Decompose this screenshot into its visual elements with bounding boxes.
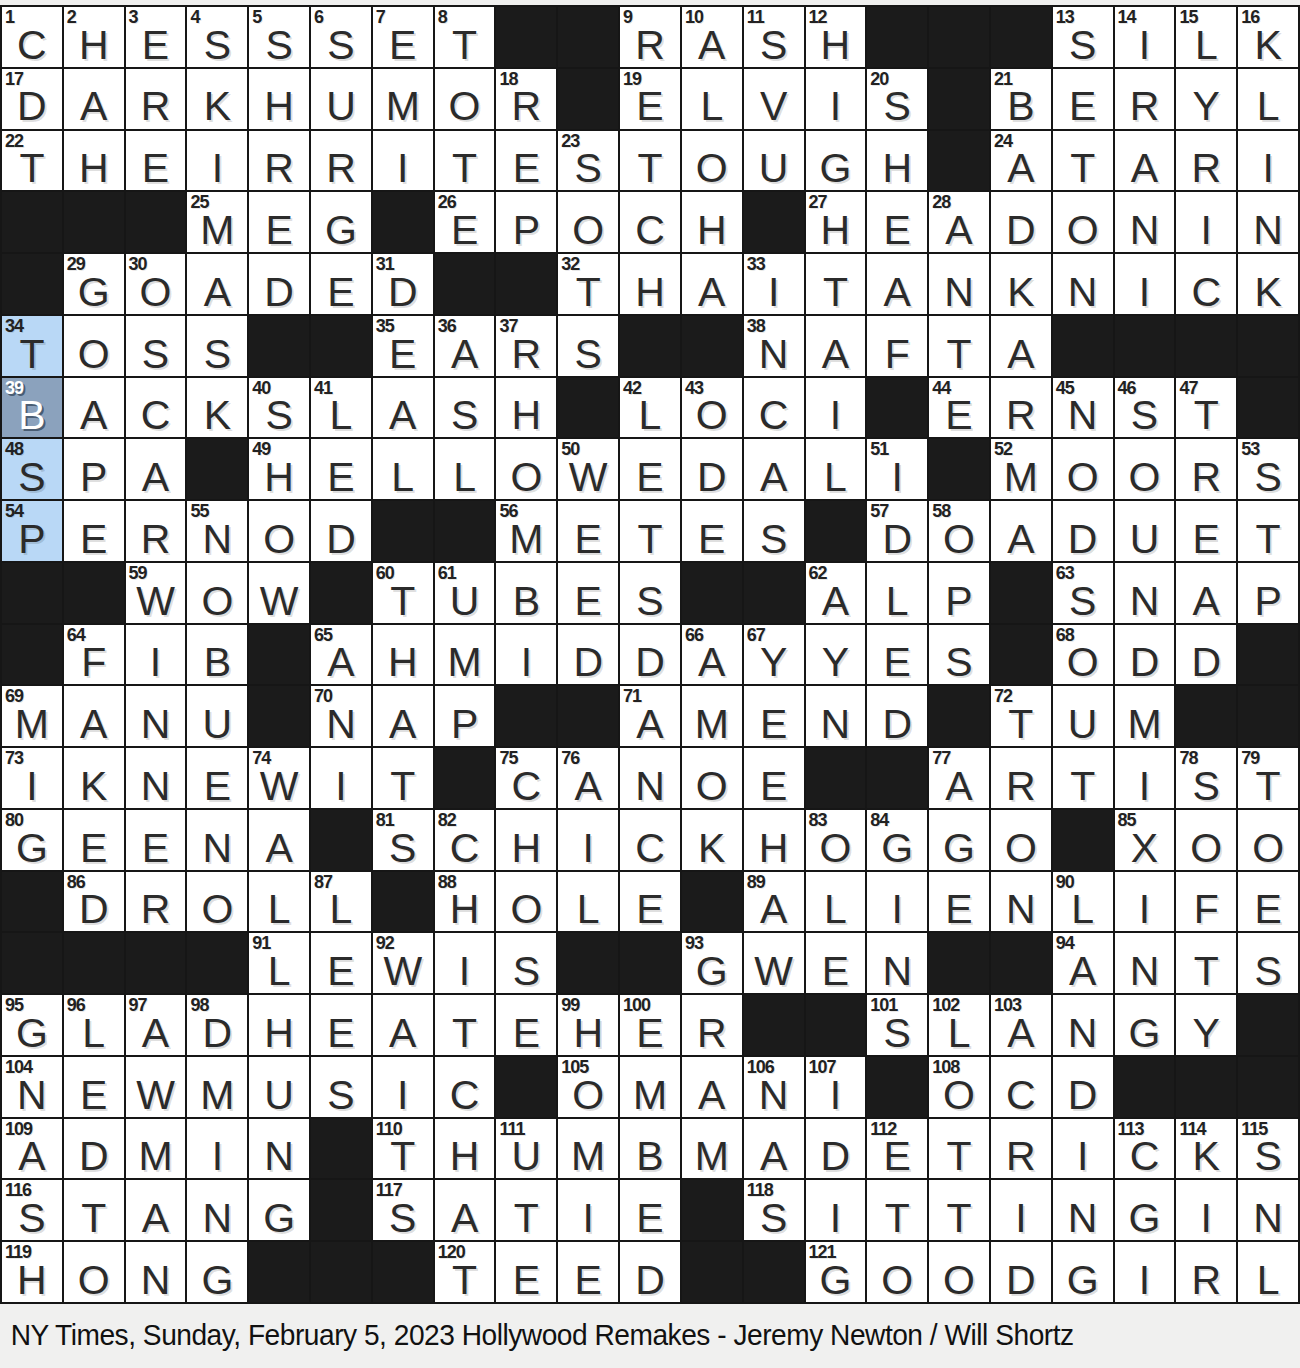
cell-5-14[interactable]: T (806, 254, 866, 314)
cell-18-5[interactable]: U (249, 1057, 309, 1117)
cell-5-13[interactable]: 33I (744, 254, 804, 314)
cell-3-11[interactable]: T (620, 131, 680, 191)
cell-2-11[interactable]: 19E (620, 69, 680, 129)
cell-2-2[interactable]: A (64, 69, 124, 129)
cell-11-12[interactable]: 66A (682, 625, 742, 685)
cell-1-8[interactable]: 8T (435, 7, 495, 67)
cell-12-13[interactable]: E (744, 686, 804, 746)
cell-7-8[interactable]: S (435, 378, 495, 438)
cell-6-14[interactable]: A (806, 316, 866, 376)
cell-15-20[interactable]: F (1176, 872, 1236, 932)
cell-5-18[interactable]: N (1053, 254, 1113, 314)
cell-10-20[interactable]: A (1176, 563, 1236, 623)
cell-20-20[interactable]: I (1176, 1180, 1236, 1240)
cell-4-21[interactable]: N (1238, 192, 1298, 252)
cell-10-5[interactable]: W (249, 563, 309, 623)
cell-21-8[interactable]: 120T (435, 1242, 495, 1302)
cell-21-14[interactable]: 121G (806, 1242, 866, 1302)
cell-2-5[interactable]: H (249, 69, 309, 129)
cell-5-11[interactable]: H (620, 254, 680, 314)
cell-19-18[interactable]: I (1053, 1119, 1113, 1179)
cell-20-10[interactable]: I (558, 1180, 618, 1240)
cell-3-9[interactable]: E (496, 131, 556, 191)
cell-13-7[interactable]: T (373, 748, 433, 808)
cell-20-3[interactable]: A (126, 1180, 186, 1240)
cell-2-4[interactable]: K (187, 69, 247, 129)
cell-18-12[interactable]: A (682, 1057, 742, 1117)
cell-16-5[interactable]: 91L (249, 933, 309, 993)
cell-3-5[interactable]: R (249, 131, 309, 191)
cell-20-2[interactable]: T (64, 1180, 124, 1240)
cell-20-13[interactable]: 118S (744, 1180, 804, 1240)
cell-15-16[interactable]: E (929, 872, 989, 932)
cell-20-8[interactable]: A (435, 1180, 495, 1240)
cell-1-5[interactable]: 5S (249, 7, 309, 67)
cell-9-21[interactable]: T (1238, 501, 1298, 561)
cell-14-11[interactable]: C (620, 810, 680, 870)
cell-20-16[interactable]: T (929, 1180, 989, 1240)
cell-4-20[interactable]: I (1176, 192, 1236, 252)
cell-7-20[interactable]: 47T (1176, 378, 1236, 438)
cell-13-2[interactable]: K (64, 748, 124, 808)
cell-2-9[interactable]: 18R (496, 69, 556, 129)
cell-11-14[interactable]: Y (806, 625, 866, 685)
cell-6-16[interactable]: T (929, 316, 989, 376)
cell-14-10[interactable]: I (558, 810, 618, 870)
cell-4-16[interactable]: 28A (929, 192, 989, 252)
cell-17-15[interactable]: 101S (867, 995, 927, 1055)
cell-4-10[interactable]: O (558, 192, 618, 252)
cell-18-6[interactable]: S (311, 1057, 371, 1117)
cell-14-4[interactable]: N (187, 810, 247, 870)
cell-15-3[interactable]: R (126, 872, 186, 932)
cell-8-8[interactable]: L (435, 439, 495, 499)
cell-12-12[interactable]: M (682, 686, 742, 746)
cell-14-20[interactable]: O (1176, 810, 1236, 870)
cell-8-18[interactable]: O (1053, 439, 1113, 499)
cell-2-13[interactable]: V (744, 69, 804, 129)
cell-4-17[interactable]: D (991, 192, 1051, 252)
cell-17-9[interactable]: E (496, 995, 556, 1055)
cell-18-10[interactable]: 105O (558, 1057, 618, 1117)
cell-16-21[interactable]: S (1238, 933, 1298, 993)
cell-14-8[interactable]: 82C (435, 810, 495, 870)
cell-18-13[interactable]: 106N (744, 1057, 804, 1117)
cell-19-17[interactable]: R (991, 1119, 1051, 1179)
cell-16-9[interactable]: S (496, 933, 556, 993)
cell-14-7[interactable]: 81S (373, 810, 433, 870)
cell-3-7[interactable]: I (373, 131, 433, 191)
cell-19-16[interactable]: T (929, 1119, 989, 1179)
cell-9-5[interactable]: O (249, 501, 309, 561)
cell-16-8[interactable]: I (435, 933, 495, 993)
cell-1-21[interactable]: 16K (1238, 7, 1298, 67)
cell-11-8[interactable]: M (435, 625, 495, 685)
cell-15-21[interactable]: E (1238, 872, 1298, 932)
cell-7-19[interactable]: 46S (1115, 378, 1175, 438)
cell-14-13[interactable]: H (744, 810, 804, 870)
cell-1-18[interactable]: 13S (1053, 7, 1113, 67)
cell-11-19[interactable]: D (1115, 625, 1175, 685)
cell-4-4[interactable]: 25M (187, 192, 247, 252)
cell-16-15[interactable]: N (867, 933, 927, 993)
cell-17-1[interactable]: 95G (2, 995, 62, 1055)
cell-13-13[interactable]: E (744, 748, 804, 808)
cell-7-6[interactable]: 41L (311, 378, 371, 438)
cell-17-7[interactable]: A (373, 995, 433, 1055)
cell-6-2[interactable]: O (64, 316, 124, 376)
cell-2-18[interactable]: E (1053, 69, 1113, 129)
cell-2-12[interactable]: L (682, 69, 742, 129)
cell-10-16[interactable]: P (929, 563, 989, 623)
cell-3-8[interactable]: T (435, 131, 495, 191)
cell-17-18[interactable]: N (1053, 995, 1113, 1055)
cell-4-15[interactable]: E (867, 192, 927, 252)
cell-9-2[interactable]: E (64, 501, 124, 561)
cell-10-19[interactable]: N (1115, 563, 1175, 623)
cell-12-6[interactable]: 70N (311, 686, 371, 746)
cell-2-8[interactable]: O (435, 69, 495, 129)
cell-3-12[interactable]: O (682, 131, 742, 191)
cell-8-14[interactable]: L (806, 439, 866, 499)
cell-19-12[interactable]: M (682, 1119, 742, 1179)
cell-7-17[interactable]: R (991, 378, 1051, 438)
cell-15-2[interactable]: 86D (64, 872, 124, 932)
cell-17-3[interactable]: 97A (126, 995, 186, 1055)
cell-10-3[interactable]: 59W (126, 563, 186, 623)
cell-21-15[interactable]: O (867, 1242, 927, 1302)
cell-9-6[interactable]: D (311, 501, 371, 561)
cell-11-9[interactable]: I (496, 625, 556, 685)
cell-17-11[interactable]: 100E (620, 995, 680, 1055)
cell-5-20[interactable]: C (1176, 254, 1236, 314)
cell-8-13[interactable]: A (744, 439, 804, 499)
cell-4-6[interactable]: G (311, 192, 371, 252)
cell-9-10[interactable]: E (558, 501, 618, 561)
cell-18-14[interactable]: 107I (806, 1057, 866, 1117)
cell-21-19[interactable]: I (1115, 1242, 1175, 1302)
cell-19-11[interactable]: B (620, 1119, 680, 1179)
cell-13-11[interactable]: N (620, 748, 680, 808)
cell-18-11[interactable]: M (620, 1057, 680, 1117)
cell-9-9[interactable]: 56M (496, 501, 556, 561)
cell-18-8[interactable]: C (435, 1057, 495, 1117)
cell-20-9[interactable]: T (496, 1180, 556, 1240)
cell-10-18[interactable]: 63S (1053, 563, 1113, 623)
cell-1-2[interactable]: 2H (64, 7, 124, 67)
cell-15-5[interactable]: L (249, 872, 309, 932)
cell-1-6[interactable]: 6S (311, 7, 371, 67)
cell-14-19[interactable]: 85X (1115, 810, 1175, 870)
cell-8-3[interactable]: A (126, 439, 186, 499)
cell-5-17[interactable]: K (991, 254, 1051, 314)
cell-13-10[interactable]: 76A (558, 748, 618, 808)
cell-18-17[interactable]: C (991, 1057, 1051, 1117)
cell-20-14[interactable]: I (806, 1180, 866, 1240)
cell-1-20[interactable]: 15L (1176, 7, 1236, 67)
cell-17-4[interactable]: 98D (187, 995, 247, 1055)
cell-9-19[interactable]: U (1115, 501, 1175, 561)
cell-8-12[interactable]: D (682, 439, 742, 499)
cell-7-13[interactable]: C (744, 378, 804, 438)
cell-11-3[interactable]: I (126, 625, 186, 685)
cell-14-5[interactable]: A (249, 810, 309, 870)
cell-19-15[interactable]: 112E (867, 1119, 927, 1179)
cell-6-7[interactable]: 35E (373, 316, 433, 376)
cell-21-3[interactable]: N (126, 1242, 186, 1302)
cell-1-4[interactable]: 4S (187, 7, 247, 67)
cell-16-20[interactable]: T (1176, 933, 1236, 993)
cell-16-14[interactable]: E (806, 933, 866, 993)
cell-18-1[interactable]: 104N (2, 1057, 62, 1117)
cell-5-3[interactable]: 30O (126, 254, 186, 314)
cell-13-18[interactable]: T (1053, 748, 1113, 808)
cell-7-2[interactable]: A (64, 378, 124, 438)
cell-13-17[interactable]: R (991, 748, 1051, 808)
cell-20-5[interactable]: G (249, 1180, 309, 1240)
cell-21-2[interactable]: O (64, 1242, 124, 1302)
cell-3-21[interactable]: I (1238, 131, 1298, 191)
cell-5-5[interactable]: D (249, 254, 309, 314)
cell-5-12[interactable]: A (682, 254, 742, 314)
cell-21-1[interactable]: 119H (2, 1242, 62, 1302)
cell-15-9[interactable]: O (496, 872, 556, 932)
cell-8-11[interactable]: E (620, 439, 680, 499)
cell-7-7[interactable]: A (373, 378, 433, 438)
cell-10-21[interactable]: P (1238, 563, 1298, 623)
cell-10-4[interactable]: O (187, 563, 247, 623)
cell-21-10[interactable]: E (558, 1242, 618, 1302)
cell-15-8[interactable]: 88H (435, 872, 495, 932)
cell-12-7[interactable]: A (373, 686, 433, 746)
cell-13-4[interactable]: E (187, 748, 247, 808)
cell-5-2[interactable]: 29G (64, 254, 124, 314)
cell-4-12[interactable]: H (682, 192, 742, 252)
cell-12-19[interactable]: M (1115, 686, 1175, 746)
cell-4-8[interactable]: 26E (435, 192, 495, 252)
cell-18-3[interactable]: W (126, 1057, 186, 1117)
cell-1-7[interactable]: 7E (373, 7, 433, 67)
cell-20-7[interactable]: 117S (373, 1180, 433, 1240)
cell-17-17[interactable]: 103A (991, 995, 1051, 1055)
cell-12-18[interactable]: U (1053, 686, 1113, 746)
cell-8-2[interactable]: P (64, 439, 124, 499)
cell-3-14[interactable]: G (806, 131, 866, 191)
cell-5-19[interactable]: I (1115, 254, 1175, 314)
cell-11-16[interactable]: S (929, 625, 989, 685)
cell-4-5[interactable]: E (249, 192, 309, 252)
cell-20-21[interactable]: N (1238, 1180, 1298, 1240)
cell-13-3[interactable]: N (126, 748, 186, 808)
cell-20-11[interactable]: E (620, 1180, 680, 1240)
cell-19-3[interactable]: M (126, 1119, 186, 1179)
cell-14-12[interactable]: K (682, 810, 742, 870)
cell-7-14[interactable]: I (806, 378, 866, 438)
cell-3-2[interactable]: H (64, 131, 124, 191)
cell-13-5[interactable]: 74W (249, 748, 309, 808)
cell-19-20[interactable]: 114K (1176, 1119, 1236, 1179)
cell-14-9[interactable]: H (496, 810, 556, 870)
cell-11-20[interactable]: D (1176, 625, 1236, 685)
cell-4-14[interactable]: 27H (806, 192, 866, 252)
cell-11-4[interactable]: B (187, 625, 247, 685)
cell-19-2[interactable]: D (64, 1119, 124, 1179)
cell-12-14[interactable]: N (806, 686, 866, 746)
cell-19-1[interactable]: 109A (2, 1119, 62, 1179)
cell-7-9[interactable]: H (496, 378, 556, 438)
cell-15-6[interactable]: 87L (311, 872, 371, 932)
cell-2-1[interactable]: 17D (2, 69, 62, 129)
cell-11-7[interactable]: H (373, 625, 433, 685)
cell-5-16[interactable]: N (929, 254, 989, 314)
cell-12-11[interactable]: 71A (620, 686, 680, 746)
cell-8-10[interactable]: 50W (558, 439, 618, 499)
cell-21-11[interactable]: D (620, 1242, 680, 1302)
cell-10-7[interactable]: 60T (373, 563, 433, 623)
cell-6-9[interactable]: 37R (496, 316, 556, 376)
cell-6-4[interactable]: S (187, 316, 247, 376)
cell-12-1[interactable]: 69M (2, 686, 62, 746)
cell-19-7[interactable]: 110T (373, 1119, 433, 1179)
cell-5-4[interactable]: A (187, 254, 247, 314)
cell-1-13[interactable]: 11S (744, 7, 804, 67)
cell-19-13[interactable]: A (744, 1119, 804, 1179)
cell-1-14[interactable]: 12H (806, 7, 866, 67)
cell-5-10[interactable]: 32T (558, 254, 618, 314)
cell-10-8[interactable]: 61U (435, 563, 495, 623)
cell-2-20[interactable]: Y (1176, 69, 1236, 129)
cell-11-18[interactable]: 68O (1053, 625, 1113, 685)
cell-12-3[interactable]: N (126, 686, 186, 746)
cell-15-10[interactable]: L (558, 872, 618, 932)
cell-3-1[interactable]: 22T (2, 131, 62, 191)
cell-3-17[interactable]: 24A (991, 131, 1051, 191)
cell-20-15[interactable]: T (867, 1180, 927, 1240)
cell-2-21[interactable]: L (1238, 69, 1298, 129)
cell-16-6[interactable]: E (311, 933, 371, 993)
cell-9-3[interactable]: R (126, 501, 186, 561)
cell-19-4[interactable]: I (187, 1119, 247, 1179)
cell-4-11[interactable]: C (620, 192, 680, 252)
cell-15-11[interactable]: E (620, 872, 680, 932)
cell-7-5[interactable]: 40S (249, 378, 309, 438)
cell-18-4[interactable]: M (187, 1057, 247, 1117)
cell-13-20[interactable]: 78S (1176, 748, 1236, 808)
cell-20-17[interactable]: I (991, 1180, 1051, 1240)
cell-2-14[interactable]: I (806, 69, 866, 129)
cell-13-21[interactable]: 79T (1238, 748, 1298, 808)
cell-3-13[interactable]: U (744, 131, 804, 191)
cell-6-10[interactable]: S (558, 316, 618, 376)
cell-19-8[interactable]: H (435, 1119, 495, 1179)
cell-17-12[interactable]: R (682, 995, 742, 1055)
cell-21-4[interactable]: G (187, 1242, 247, 1302)
cell-11-11[interactable]: D (620, 625, 680, 685)
cell-20-18[interactable]: N (1053, 1180, 1113, 1240)
cell-11-13[interactable]: 67Y (744, 625, 804, 685)
cell-21-18[interactable]: G (1053, 1242, 1113, 1302)
cell-21-16[interactable]: O (929, 1242, 989, 1302)
cell-12-2[interactable]: A (64, 686, 124, 746)
cell-11-6[interactable]: 65A (311, 625, 371, 685)
cell-5-21[interactable]: K (1238, 254, 1298, 314)
cell-20-1[interactable]: 116S (2, 1180, 62, 1240)
cell-4-9[interactable]: P (496, 192, 556, 252)
cell-2-15[interactable]: 20S (867, 69, 927, 129)
cell-14-21[interactable]: O (1238, 810, 1298, 870)
cell-15-13[interactable]: 89A (744, 872, 804, 932)
cell-3-10[interactable]: 23S (558, 131, 618, 191)
cell-14-17[interactable]: O (991, 810, 1051, 870)
cell-3-3[interactable]: E (126, 131, 186, 191)
cell-14-1[interactable]: 80G (2, 810, 62, 870)
cell-8-17[interactable]: 52M (991, 439, 1051, 499)
cell-18-2[interactable]: E (64, 1057, 124, 1117)
cell-15-19[interactable]: I (1115, 872, 1175, 932)
cell-13-19[interactable]: I (1115, 748, 1175, 808)
cell-3-20[interactable]: R (1176, 131, 1236, 191)
cell-13-16[interactable]: 77A (929, 748, 989, 808)
cell-6-17[interactable]: A (991, 316, 1051, 376)
cell-13-6[interactable]: I (311, 748, 371, 808)
cell-2-17[interactable]: 21B (991, 69, 1051, 129)
cell-14-16[interactable]: G (929, 810, 989, 870)
cell-8-15[interactable]: 51I (867, 439, 927, 499)
cell-7-18[interactable]: 45N (1053, 378, 1113, 438)
cell-1-1[interactable]: 1C (2, 7, 62, 67)
cell-3-6[interactable]: R (311, 131, 371, 191)
cell-3-19[interactable]: A (1115, 131, 1175, 191)
cell-9-11[interactable]: T (620, 501, 680, 561)
cell-10-11[interactable]: S (620, 563, 680, 623)
selected-cell-7-1[interactable]: 39B (2, 378, 62, 438)
cell-11-2[interactable]: 64F (64, 625, 124, 685)
cell-5-15[interactable]: A (867, 254, 927, 314)
cell-1-19[interactable]: 14I (1115, 7, 1175, 67)
cell-19-5[interactable]: N (249, 1119, 309, 1179)
cell-10-10[interactable]: E (558, 563, 618, 623)
cell-16-18[interactable]: 94A (1053, 933, 1113, 993)
cell-21-9[interactable]: E (496, 1242, 556, 1302)
cell-12-15[interactable]: D (867, 686, 927, 746)
cell-9-12[interactable]: E (682, 501, 742, 561)
cell-8-1[interactable]: 48S (2, 439, 62, 499)
cell-17-16[interactable]: 102L (929, 995, 989, 1055)
cell-8-6[interactable]: E (311, 439, 371, 499)
cell-11-10[interactable]: D (558, 625, 618, 685)
cell-16-13[interactable]: W (744, 933, 804, 993)
cell-5-6[interactable]: E (311, 254, 371, 314)
cell-17-10[interactable]: 99H (558, 995, 618, 1055)
cell-17-20[interactable]: Y (1176, 995, 1236, 1055)
cell-2-3[interactable]: R (126, 69, 186, 129)
cell-19-14[interactable]: D (806, 1119, 866, 1179)
cell-18-7[interactable]: I (373, 1057, 433, 1117)
cell-17-2[interactable]: 96L (64, 995, 124, 1055)
cell-8-7[interactable]: L (373, 439, 433, 499)
cell-8-20[interactable]: R (1176, 439, 1236, 499)
cell-14-15[interactable]: 84G (867, 810, 927, 870)
cell-18-16[interactable]: 108O (929, 1057, 989, 1117)
cell-16-19[interactable]: N (1115, 933, 1175, 993)
cell-4-18[interactable]: O (1053, 192, 1113, 252)
cell-7-12[interactable]: 43O (682, 378, 742, 438)
cell-6-3[interactable]: S (126, 316, 186, 376)
cell-12-17[interactable]: 72T (991, 686, 1051, 746)
cell-14-2[interactable]: E (64, 810, 124, 870)
cell-1-12[interactable]: 10A (682, 7, 742, 67)
cell-12-4[interactable]: U (187, 686, 247, 746)
